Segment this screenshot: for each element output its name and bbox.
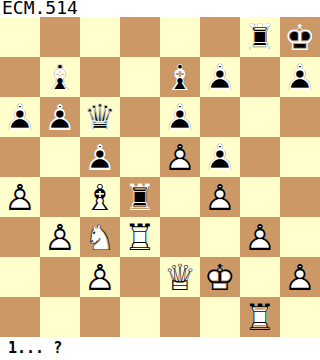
piece-black-pawn: ♟ xyxy=(280,57,320,97)
piece-white-pawn: ♟ xyxy=(40,217,80,257)
square-c5[interactable]: ♟♙ xyxy=(80,137,120,177)
piece-black-rook: ♜ xyxy=(240,17,280,57)
square-e5[interactable]: ♟♙ xyxy=(160,137,200,177)
square-a2[interactable] xyxy=(0,257,40,297)
piece-white-pawn: ♟ xyxy=(0,177,40,217)
piece-detail-white-pawn: ♙ xyxy=(240,217,280,257)
piece-detail-white-pawn: ♙ xyxy=(40,217,80,257)
square-c4[interactable]: ♝♗ xyxy=(80,177,120,217)
piece-detail-black-pawn: ♙ xyxy=(80,137,120,177)
square-e6[interactable]: ♟♙ xyxy=(160,97,200,137)
square-b1[interactable] xyxy=(40,297,80,337)
square-f4[interactable]: ♟♙ xyxy=(200,177,240,217)
piece-detail-white-rook: ♖ xyxy=(240,297,280,337)
square-g1[interactable]: ♜♖ xyxy=(240,297,280,337)
square-g6[interactable] xyxy=(240,97,280,137)
piece-black-pawn: ♟ xyxy=(40,97,80,137)
square-h2[interactable]: ♟♙ xyxy=(280,257,320,297)
square-c7[interactable] xyxy=(80,57,120,97)
piece-white-bishop: ♝ xyxy=(80,177,120,217)
square-b3[interactable]: ♟♙ xyxy=(40,217,80,257)
square-e3[interactable] xyxy=(160,217,200,257)
square-f7[interactable]: ♟♙ xyxy=(200,57,240,97)
square-h7[interactable]: ♟♙ xyxy=(280,57,320,97)
square-g8[interactable]: ♜♖ xyxy=(240,17,280,57)
square-g7[interactable] xyxy=(240,57,280,97)
square-d3[interactable]: ♜♖ xyxy=(120,217,160,257)
square-a1[interactable] xyxy=(0,297,40,337)
piece-detail-black-bishop: ♗ xyxy=(40,57,80,97)
chess-board: ♜♖♚♔♝♗♝♗♟♙♟♙♟♙♟♙♛♕♟♙♟♙♟♙♟♙♟♙♝♗♜♖♟♙♟♙♞♘♜♖… xyxy=(0,17,320,337)
square-d7[interactable] xyxy=(120,57,160,97)
square-b8[interactable] xyxy=(40,17,80,57)
square-b7[interactable]: ♝♗ xyxy=(40,57,80,97)
piece-white-rook: ♜ xyxy=(240,297,280,337)
piece-black-pawn: ♟ xyxy=(80,137,120,177)
piece-detail-black-king: ♔ xyxy=(280,17,320,57)
square-a4[interactable]: ♟♙ xyxy=(0,177,40,217)
piece-detail-black-queen: ♕ xyxy=(80,97,120,137)
piece-black-pawn: ♟ xyxy=(160,97,200,137)
square-d5[interactable] xyxy=(120,137,160,177)
square-a7[interactable] xyxy=(0,57,40,97)
piece-black-pawn: ♟ xyxy=(200,137,240,177)
piece-white-rook: ♜ xyxy=(120,217,160,257)
square-c3[interactable]: ♞♘ xyxy=(80,217,120,257)
square-g5[interactable] xyxy=(240,137,280,177)
square-f8[interactable] xyxy=(200,17,240,57)
square-d1[interactable] xyxy=(120,297,160,337)
piece-black-pawn: ♟ xyxy=(200,57,240,97)
piece-white-pawn: ♟ xyxy=(280,257,320,297)
square-b6[interactable]: ♟♙ xyxy=(40,97,80,137)
square-f6[interactable] xyxy=(200,97,240,137)
square-h1[interactable] xyxy=(280,297,320,337)
square-b5[interactable] xyxy=(40,137,80,177)
square-f1[interactable] xyxy=(200,297,240,337)
square-a5[interactable] xyxy=(0,137,40,177)
square-g4[interactable] xyxy=(240,177,280,217)
square-g2[interactable] xyxy=(240,257,280,297)
piece-detail-black-bishop: ♗ xyxy=(160,57,200,97)
chess-puzzle-page: ECM.514 ♜♖♚♔♝♗♝♗♟♙♟♙♟♙♟♙♛♕♟♙♟♙♟♙♟♙♟♙♝♗♜♖… xyxy=(0,0,320,360)
piece-detail-black-pawn: ♙ xyxy=(160,97,200,137)
square-a6[interactable]: ♟♙ xyxy=(0,97,40,137)
square-c8[interactable] xyxy=(80,17,120,57)
piece-detail-white-pawn: ♙ xyxy=(200,177,240,217)
square-e7[interactable]: ♝♗ xyxy=(160,57,200,97)
square-d8[interactable] xyxy=(120,17,160,57)
square-b4[interactable] xyxy=(40,177,80,217)
square-h8[interactable]: ♚♔ xyxy=(280,17,320,57)
square-e1[interactable] xyxy=(160,297,200,337)
square-c1[interactable] xyxy=(80,297,120,337)
piece-detail-black-pawn: ♙ xyxy=(0,97,40,137)
square-b2[interactable] xyxy=(40,257,80,297)
square-g3[interactable]: ♟♙ xyxy=(240,217,280,257)
piece-black-king: ♚ xyxy=(280,17,320,57)
piece-detail-black-rook: ♖ xyxy=(240,17,280,57)
piece-black-queen: ♛ xyxy=(80,97,120,137)
square-h6[interactable] xyxy=(280,97,320,137)
square-d6[interactable] xyxy=(120,97,160,137)
square-e4[interactable] xyxy=(160,177,200,217)
piece-detail-black-rook: ♖ xyxy=(120,177,160,217)
move-prompt: 1... ? xyxy=(8,337,62,360)
square-f2[interactable]: ♚♔ xyxy=(200,257,240,297)
piece-detail-black-pawn: ♙ xyxy=(280,57,320,97)
square-e8[interactable] xyxy=(160,17,200,57)
piece-white-pawn: ♟ xyxy=(200,177,240,217)
piece-black-pawn: ♟ xyxy=(0,97,40,137)
piece-detail-white-pawn: ♙ xyxy=(160,137,200,177)
square-e2[interactable]: ♛♕ xyxy=(160,257,200,297)
square-c2[interactable]: ♟♙ xyxy=(80,257,120,297)
piece-white-pawn: ♟ xyxy=(80,257,120,297)
square-h4[interactable] xyxy=(280,177,320,217)
square-f3[interactable] xyxy=(200,217,240,257)
piece-detail-white-pawn: ♙ xyxy=(80,257,120,297)
square-d2[interactable] xyxy=(120,257,160,297)
square-h3[interactable] xyxy=(280,217,320,257)
piece-detail-white-pawn: ♙ xyxy=(0,177,40,217)
piece-detail-black-pawn: ♙ xyxy=(200,57,240,97)
piece-black-rook: ♜ xyxy=(120,177,160,217)
piece-white-queen: ♛ xyxy=(160,257,200,297)
square-a8[interactable] xyxy=(0,17,40,57)
piece-detail-black-pawn: ♙ xyxy=(40,97,80,137)
piece-white-pawn: ♟ xyxy=(240,217,280,257)
piece-white-knight: ♞ xyxy=(80,217,120,257)
piece-detail-black-pawn: ♙ xyxy=(200,137,240,177)
piece-black-bishop: ♝ xyxy=(40,57,80,97)
piece-white-king: ♚ xyxy=(200,257,240,297)
square-c6[interactable]: ♛♕ xyxy=(80,97,120,137)
piece-white-pawn: ♟ xyxy=(160,137,200,177)
square-f5[interactable]: ♟♙ xyxy=(200,137,240,177)
piece-detail-white-king: ♔ xyxy=(200,257,240,297)
piece-detail-white-rook: ♖ xyxy=(120,217,160,257)
square-h5[interactable] xyxy=(280,137,320,177)
piece-detail-white-queen: ♕ xyxy=(160,257,200,297)
piece-detail-white-pawn: ♙ xyxy=(280,257,320,297)
square-d4[interactable]: ♜♖ xyxy=(120,177,160,217)
piece-black-bishop: ♝ xyxy=(160,57,200,97)
puzzle-title: ECM.514 xyxy=(2,0,78,17)
piece-detail-white-knight: ♘ xyxy=(80,217,120,257)
piece-detail-white-bishop: ♗ xyxy=(80,177,120,217)
square-a3[interactable] xyxy=(0,217,40,257)
